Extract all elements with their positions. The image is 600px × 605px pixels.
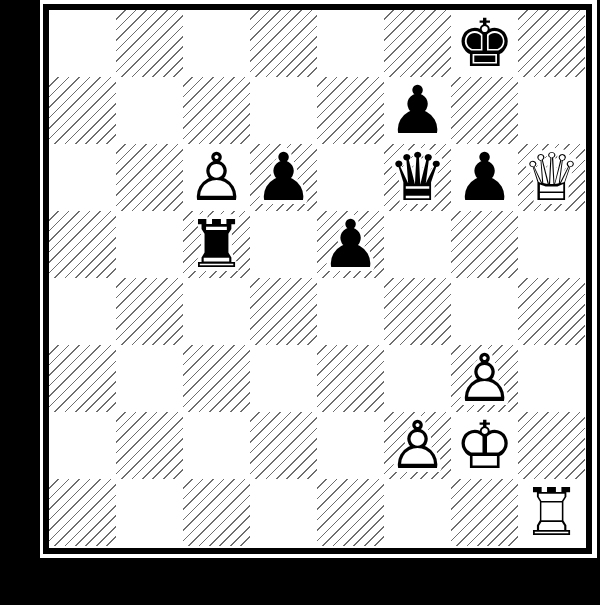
piece-white-king[interactable]: ♔ [451,412,518,479]
page-background: ♚♚♟♟♟♙♟♟♛♛♟♟♛♕♜♜♟♟♟♙♟♙♚♔♜♖ [0,0,600,605]
square-b6[interactable] [116,144,183,211]
square-d7[interactable] [250,77,317,144]
square-e8[interactable] [317,10,384,77]
square-c1[interactable] [183,479,250,546]
square-b1[interactable] [116,479,183,546]
square-a8[interactable] [49,10,116,77]
piece-white-rook[interactable]: ♖ [518,479,585,546]
square-d1[interactable] [250,479,317,546]
chess-board: ♚♚♟♟♟♙♟♟♛♛♟♟♛♕♜♜♟♟♟♙♟♙♚♔♜♖ [49,10,585,546]
piece-white-pawn[interactable]: ♙ [451,345,518,412]
square-f5[interactable] [384,211,451,278]
piece-black-queen[interactable]: ♛ [384,144,451,211]
piece-black-pawn[interactable]: ♟ [317,211,384,278]
square-f3[interactable] [384,345,451,412]
square-g6[interactable]: ♟♟ [451,144,518,211]
square-f4[interactable] [384,278,451,345]
square-b8[interactable] [116,10,183,77]
square-b2[interactable] [116,412,183,479]
square-h6[interactable]: ♛♕ [518,144,585,211]
square-h2[interactable] [518,412,585,479]
piece-white-pawn[interactable]: ♙ [183,144,250,211]
square-c6[interactable]: ♟♙ [183,144,250,211]
square-g4[interactable] [451,278,518,345]
square-c4[interactable] [183,278,250,345]
square-e1[interactable] [317,479,384,546]
square-a4[interactable] [49,278,116,345]
square-e6[interactable] [317,144,384,211]
square-g3[interactable]: ♟♙ [451,345,518,412]
square-g7[interactable] [451,77,518,144]
chess-diagram-panel: ♚♚♟♟♟♙♟♟♛♛♟♟♛♕♜♜♟♟♟♙♟♙♚♔♜♖ [40,0,597,558]
square-a5[interactable] [49,211,116,278]
square-a2[interactable] [49,412,116,479]
square-d4[interactable] [250,278,317,345]
square-c3[interactable] [183,345,250,412]
square-h5[interactable] [518,211,585,278]
square-f8[interactable] [384,10,451,77]
square-a6[interactable] [49,144,116,211]
square-c5[interactable]: ♜♜ [183,211,250,278]
square-d8[interactable] [250,10,317,77]
square-b3[interactable] [116,345,183,412]
square-g2[interactable]: ♚♔ [451,412,518,479]
piece-black-pawn[interactable]: ♟ [451,144,518,211]
square-d5[interactable] [250,211,317,278]
square-a7[interactable] [49,77,116,144]
square-h3[interactable] [518,345,585,412]
square-a3[interactable] [49,345,116,412]
square-e7[interactable] [317,77,384,144]
square-g1[interactable] [451,479,518,546]
piece-white-queen[interactable]: ♕ [518,144,585,211]
square-d3[interactable] [250,345,317,412]
square-h8[interactable] [518,10,585,77]
square-e5[interactable]: ♟♟ [317,211,384,278]
square-h4[interactable] [518,278,585,345]
piece-black-pawn[interactable]: ♟ [250,144,317,211]
piece-white-pawn[interactable]: ♙ [384,412,451,479]
square-c2[interactable] [183,412,250,479]
square-e3[interactable] [317,345,384,412]
square-f1[interactable] [384,479,451,546]
piece-black-rook[interactable]: ♜ [183,211,250,278]
square-a1[interactable] [49,479,116,546]
square-g5[interactable] [451,211,518,278]
square-e2[interactable] [317,412,384,479]
square-e4[interactable] [317,278,384,345]
square-f7[interactable]: ♟♟ [384,77,451,144]
piece-black-king[interactable]: ♚ [451,10,518,77]
piece-black-pawn[interactable]: ♟ [384,77,451,144]
square-b5[interactable] [116,211,183,278]
square-g8[interactable]: ♚♚ [451,10,518,77]
square-f2[interactable]: ♟♙ [384,412,451,479]
square-d2[interactable] [250,412,317,479]
square-b4[interactable] [116,278,183,345]
square-h7[interactable] [518,77,585,144]
square-c7[interactable] [183,77,250,144]
square-f6[interactable]: ♛♛ [384,144,451,211]
square-b7[interactable] [116,77,183,144]
square-h1[interactable]: ♜♖ [518,479,585,546]
square-d6[interactable]: ♟♟ [250,144,317,211]
square-c8[interactable] [183,10,250,77]
board-frame: ♚♚♟♟♟♙♟♟♛♛♟♟♛♕♜♜♟♟♟♙♟♙♚♔♜♖ [43,4,592,554]
